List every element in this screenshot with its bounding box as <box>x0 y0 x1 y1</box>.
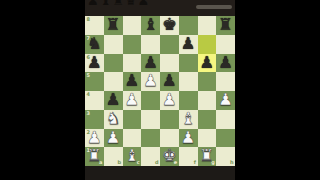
piece-black-pawn[interactable]: ♟ <box>104 91 123 110</box>
square-g8[interactable] <box>198 16 217 35</box>
square-g7[interactable] <box>198 35 217 54</box>
screenshot-root: ♟♝♜♛♟ 8♜♝♚♜7♞♟6♟♟♟♟5♟♟♟4♟♟♟♟3♞♝2♟♟♟1a♜bc… <box>0 0 320 180</box>
square-f7[interactable]: ♟ <box>179 35 198 54</box>
square-b2[interactable]: ♟ <box>104 129 123 148</box>
square-a5[interactable]: 5 <box>85 72 104 91</box>
square-f8[interactable] <box>179 16 198 35</box>
square-a3[interactable]: 3 <box>85 110 104 129</box>
square-h3[interactable] <box>216 110 235 129</box>
piece-white-bishop[interactable]: ♝ <box>179 110 198 129</box>
piece-black-pawn[interactable]: ♟ <box>123 72 142 91</box>
piece-white-pawn[interactable]: ♟ <box>141 72 160 91</box>
pillarbox-right <box>235 0 320 180</box>
file-label-b: b <box>117 160 121 165</box>
piece-black-bishop[interactable]: ♝ <box>141 16 160 35</box>
square-g3[interactable] <box>198 110 217 129</box>
square-f6[interactable] <box>179 54 198 73</box>
square-c6[interactable] <box>123 54 142 73</box>
square-a6[interactable]: 6♟ <box>85 54 104 73</box>
rank-label-5: 5 <box>87 73 90 78</box>
piece-white-pawn[interactable]: ♟ <box>123 91 142 110</box>
square-a1[interactable]: 1a♜ <box>85 147 104 166</box>
square-a4[interactable]: 4 <box>85 91 104 110</box>
square-h5[interactable] <box>216 72 235 91</box>
piece-white-pawn[interactable]: ♟ <box>104 129 123 148</box>
piece-white-knight[interactable]: ♞ <box>104 110 123 129</box>
square-f2[interactable]: ♟ <box>179 129 198 148</box>
square-a8[interactable]: 8 <box>85 16 104 35</box>
square-h8[interactable]: ♜ <box>216 16 235 35</box>
square-d5[interactable]: ♟ <box>141 72 160 91</box>
square-b4[interactable]: ♟ <box>104 91 123 110</box>
rank-label-4: 4 <box>87 92 90 97</box>
square-c4[interactable]: ♟ <box>123 91 142 110</box>
square-e6[interactable] <box>160 54 179 73</box>
square-e8[interactable]: ♚ <box>160 16 179 35</box>
square-c8[interactable] <box>123 16 142 35</box>
square-c3[interactable] <box>123 110 142 129</box>
square-b1[interactable]: b <box>104 147 123 166</box>
square-c2[interactable] <box>123 129 142 148</box>
piece-black-knight[interactable]: ♞ <box>85 35 104 54</box>
piece-black-rook[interactable]: ♜ <box>216 16 235 35</box>
piece-black-king[interactable]: ♚ <box>160 16 179 35</box>
square-d3[interactable] <box>141 110 160 129</box>
square-e5[interactable]: ♟ <box>160 72 179 91</box>
square-b5[interactable] <box>104 72 123 91</box>
square-d2[interactable] <box>141 129 160 148</box>
piece-white-bishop[interactable]: ♝ <box>123 147 142 166</box>
piece-white-king[interactable]: ♚ <box>160 147 179 166</box>
piece-black-pawn[interactable]: ♟ <box>85 54 104 73</box>
piece-white-rook[interactable]: ♜ <box>85 147 104 166</box>
square-e4[interactable]: ♟ <box>160 91 179 110</box>
square-e3[interactable] <box>160 110 179 129</box>
square-c7[interactable] <box>123 35 142 54</box>
piece-white-rook[interactable]: ♜ <box>198 147 217 166</box>
piece-black-pawn[interactable]: ♟ <box>179 35 198 54</box>
square-h4[interactable]: ♟ <box>216 91 235 110</box>
square-f1[interactable]: f <box>179 147 198 166</box>
square-b3[interactable]: ♞ <box>104 110 123 129</box>
rank-label-3: 3 <box>87 111 90 116</box>
square-d6[interactable]: ♟ <box>141 54 160 73</box>
square-h1[interactable]: h <box>216 147 235 166</box>
square-g2[interactable] <box>198 129 217 148</box>
square-h7[interactable] <box>216 35 235 54</box>
square-d1[interactable]: d <box>141 147 160 166</box>
bottom-bar-cropped <box>85 166 235 180</box>
file-label-f: f <box>194 160 196 165</box>
square-b8[interactable]: ♜ <box>104 16 123 35</box>
piece-white-pawn[interactable]: ♟ <box>179 129 198 148</box>
square-h2[interactable] <box>216 129 235 148</box>
rank-label-8: 8 <box>87 17 90 22</box>
square-e7[interactable] <box>160 35 179 54</box>
square-h6[interactable]: ♟ <box>216 54 235 73</box>
square-g1[interactable]: g♜ <box>198 147 217 166</box>
square-e1[interactable]: e♚ <box>160 147 179 166</box>
piece-white-pawn[interactable]: ♟ <box>216 91 235 110</box>
faint-bar-element <box>196 5 232 9</box>
cropped-piece-silhouettes: ♟♝♜♛♟ <box>87 0 150 8</box>
pillarbox-left <box>0 0 85 180</box>
square-d4[interactable] <box>141 91 160 110</box>
square-f4[interactable] <box>179 91 198 110</box>
piece-black-pawn[interactable]: ♟ <box>141 54 160 73</box>
piece-black-rook[interactable]: ♜ <box>104 16 123 35</box>
piece-black-pawn[interactable]: ♟ <box>198 54 217 73</box>
top-bar-cropped: ♟♝♜♛♟ <box>85 0 235 16</box>
file-label-h: h <box>230 160 234 165</box>
square-d8[interactable]: ♝ <box>141 16 160 35</box>
square-e2[interactable] <box>160 129 179 148</box>
video-content-column: ♟♝♜♛♟ 8♜♝♚♜7♞♟6♟♟♟♟5♟♟♟4♟♟♟♟3♞♝2♟♟♟1a♜bc… <box>85 0 235 180</box>
piece-white-pawn[interactable]: ♟ <box>160 91 179 110</box>
square-f3[interactable]: ♝ <box>179 110 198 129</box>
piece-white-pawn[interactable]: ♟ <box>85 129 104 148</box>
chess-board[interactable]: 8♜♝♚♜7♞♟6♟♟♟♟5♟♟♟4♟♟♟♟3♞♝2♟♟♟1a♜bc♝de♚fg… <box>85 16 235 166</box>
piece-black-pawn[interactable]: ♟ <box>160 72 179 91</box>
square-a2[interactable]: 2♟ <box>85 129 104 148</box>
square-c5[interactable]: ♟ <box>123 72 142 91</box>
square-g6[interactable]: ♟ <box>198 54 217 73</box>
square-b7[interactable] <box>104 35 123 54</box>
square-g5[interactable] <box>198 72 217 91</box>
square-b6[interactable] <box>104 54 123 73</box>
piece-black-pawn[interactable]: ♟ <box>216 54 235 73</box>
square-a7[interactable]: 7♞ <box>85 35 104 54</box>
square-g4[interactable] <box>198 91 217 110</box>
file-label-d: d <box>155 160 159 165</box>
square-c1[interactable]: c♝ <box>123 147 142 166</box>
square-d7[interactable] <box>141 35 160 54</box>
square-f5[interactable] <box>179 72 198 91</box>
